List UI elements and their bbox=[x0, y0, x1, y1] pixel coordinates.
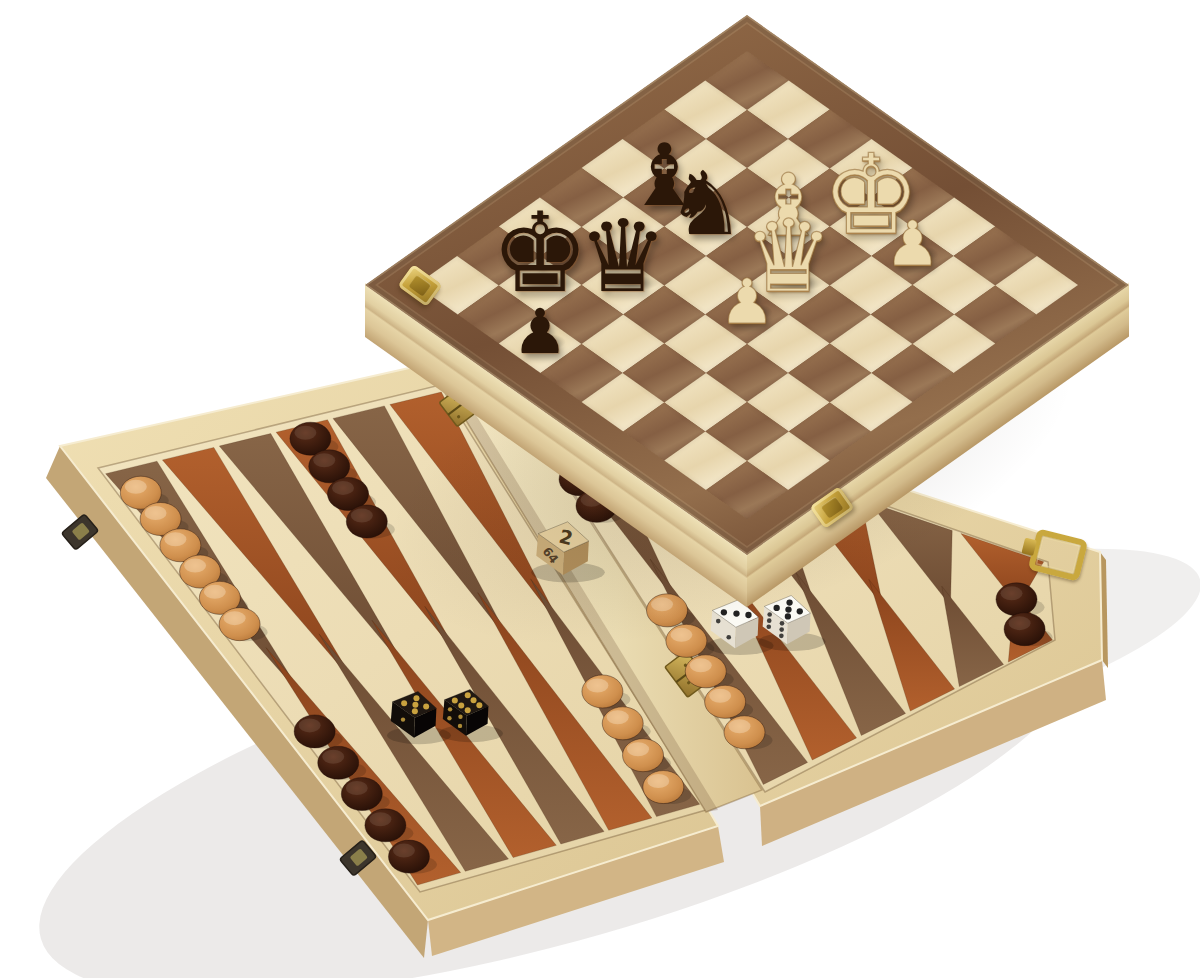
product-photo-scene: 264 ♚♟♛♝♞♝♚♛♟♟ bbox=[0, 0, 1200, 978]
